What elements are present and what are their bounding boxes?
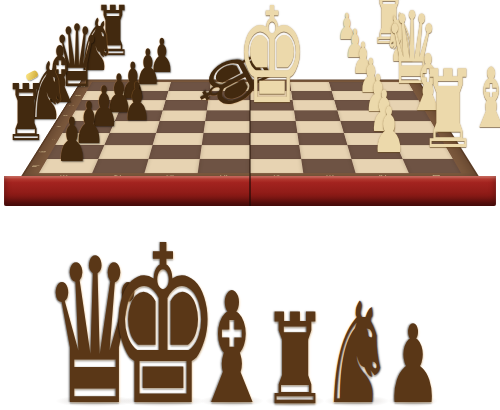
coordinate-label: g xyxy=(18,150,70,153)
board-square xyxy=(297,133,348,145)
black-knight: ♞ xyxy=(77,9,116,81)
piece-shadow xyxy=(388,395,438,407)
board-square xyxy=(250,91,292,100)
board-square xyxy=(156,121,205,133)
board-square xyxy=(250,82,291,91)
coordinate-label: e xyxy=(35,125,83,128)
board-square xyxy=(104,133,156,145)
black-rook: ♜ xyxy=(94,0,131,66)
coordinate-label: f xyxy=(27,137,77,140)
board-square xyxy=(209,82,250,91)
wood-rook: ♜ xyxy=(263,297,328,410)
board-square xyxy=(329,82,372,91)
board-square xyxy=(344,133,396,145)
coordinate-label: h xyxy=(9,164,63,168)
board-square xyxy=(119,100,166,110)
board-square xyxy=(299,145,352,158)
board-square xyxy=(372,91,418,100)
piece-shadow xyxy=(120,395,206,407)
board-square xyxy=(291,91,335,100)
board-square xyxy=(160,110,207,121)
board-square xyxy=(201,133,250,145)
board-square xyxy=(205,110,250,121)
board-square xyxy=(109,121,159,133)
chess-board: 87654321 abcdefgh xyxy=(20,80,480,178)
board-square xyxy=(386,121,438,133)
coordinate-label: a xyxy=(63,85,104,87)
board-square xyxy=(337,110,385,121)
brass-latch-icon xyxy=(25,70,39,82)
black-pawn: ♟ xyxy=(149,32,174,79)
white-knight: ♞ xyxy=(383,5,419,72)
board-square xyxy=(250,121,297,133)
board-square xyxy=(98,145,153,158)
board-square xyxy=(123,91,168,100)
white-bishop: ♝ xyxy=(469,57,500,140)
board-square xyxy=(340,121,390,133)
board-fold-seam xyxy=(249,80,251,178)
board-square xyxy=(250,110,295,121)
piece-shadow xyxy=(265,395,325,407)
wood-knight: ♞ xyxy=(321,285,393,410)
board-square xyxy=(114,110,162,121)
board-square xyxy=(168,82,210,91)
board-square xyxy=(391,133,445,145)
piece-lineup-stage: ♛♚♝♜♞♟ xyxy=(0,230,500,410)
red-wood-casing xyxy=(4,176,496,206)
board-square xyxy=(250,100,294,110)
board-square xyxy=(377,100,425,110)
board-square xyxy=(369,82,414,91)
board-square xyxy=(203,121,250,133)
board-square xyxy=(128,82,171,91)
white-rook: ♜ xyxy=(370,0,407,54)
board-square xyxy=(166,91,210,100)
board-square xyxy=(292,100,337,110)
board-stage: 87654321 abcdefgh ♜♞♛♝♞♜♟♟♟♟♟♟♟♟♚♚♜♞♛♝♜♝… xyxy=(0,0,500,230)
board-square xyxy=(206,100,250,110)
white-pawn: ♟ xyxy=(351,37,374,80)
wood-bishop: ♝ xyxy=(192,273,272,410)
board-square xyxy=(250,145,301,158)
coordinate-label: d xyxy=(43,114,89,117)
board-square xyxy=(381,110,431,121)
coordinate-label: c xyxy=(50,104,94,106)
board-square xyxy=(334,100,381,110)
wood-king: ♚ xyxy=(106,230,220,410)
piece-shadow xyxy=(200,395,264,407)
board-square xyxy=(294,110,341,121)
coordinate-label: b xyxy=(57,94,100,96)
board-square xyxy=(295,121,344,133)
board-square xyxy=(153,133,204,145)
board-square xyxy=(149,145,202,158)
white-pawn: ♟ xyxy=(337,9,356,45)
white-pawn: ♟ xyxy=(345,24,366,63)
board-square xyxy=(208,91,250,100)
board-square xyxy=(163,100,208,110)
chess-set-product-photo: 87654321 abcdefgh ♜♞♛♝♞♜♟♟♟♟♟♟♟♟♚♚♜♞♛♝♜♝… xyxy=(0,0,500,410)
wood-queen: ♛ xyxy=(43,232,148,410)
board-square xyxy=(396,145,453,158)
board-square xyxy=(347,145,402,158)
piece-shadow xyxy=(324,395,390,407)
board-square xyxy=(332,91,377,100)
board-square xyxy=(290,82,332,91)
board-square xyxy=(199,145,250,158)
board-square xyxy=(250,133,299,145)
casing-hinge-seam xyxy=(249,176,251,206)
